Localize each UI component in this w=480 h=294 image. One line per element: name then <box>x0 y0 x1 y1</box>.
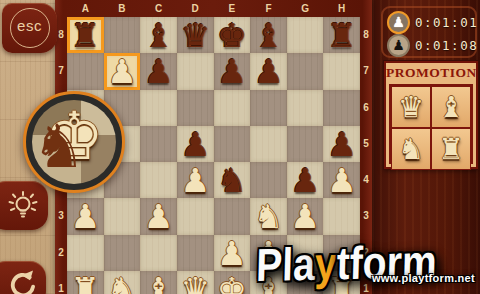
square-e3[interactable] <box>214 198 251 234</box>
rank-label-3: 3 <box>360 198 372 234</box>
square-e1[interactable]: ♚ <box>214 271 251 294</box>
promotion-options-grid: ♛♝♞♜ <box>389 84 473 164</box>
undo-arrow-icon <box>5 268 39 294</box>
black-clock-row: ♟ 0:01:08 <box>387 34 478 56</box>
watermark-url[interactable]: www.playtform.net <box>372 272 475 284</box>
piece-black-bishop-f8: ♝ <box>250 17 287 53</box>
chess-app-screen: ABCDEFGH 87654321 87654321 ♜♝♛♚♝♜♟♟♟♟♟♟♟… <box>0 0 480 294</box>
square-a7[interactable] <box>67 53 104 89</box>
square-h4[interactable]: ♟ <box>323 162 360 198</box>
promotion-option-rook[interactable]: ♜ <box>431 128 471 170</box>
rank-label-4: 4 <box>360 162 372 198</box>
rank-label-7: 7 <box>55 53 67 89</box>
square-b2[interactable] <box>104 235 141 271</box>
rank-label-1: 1 <box>55 271 67 294</box>
square-e5[interactable] <box>214 126 251 162</box>
square-b7[interactable]: ♟ <box>104 53 141 89</box>
piece-black-pawn-f7: ♟ <box>250 53 287 89</box>
square-h3[interactable] <box>323 198 360 234</box>
clock-panel: ♟ 0:01:01 ♟ 0:01:08 <box>381 6 477 58</box>
square-b8[interactable] <box>104 17 141 53</box>
square-a8[interactable]: ♜ <box>67 17 104 53</box>
square-g5[interactable] <box>287 126 324 162</box>
piece-black-knight-e4: ♞ <box>214 162 251 198</box>
file-label-d: D <box>177 1 214 16</box>
square-c1[interactable]: ♝ <box>140 271 177 294</box>
piece-black-pawn-h5: ♟ <box>323 126 360 162</box>
piece-black-pawn-g4: ♟ <box>287 162 324 198</box>
white-knight-icon: ♞ <box>398 132 424 166</box>
square-f4[interactable] <box>250 162 287 198</box>
piece-white-pawn-d4: ♟ <box>177 162 214 198</box>
black-pawn-icon: ♟ <box>387 34 410 57</box>
white-clock-row: ♟ 0:01:01 <box>387 11 478 33</box>
square-d4[interactable]: ♟ <box>177 162 214 198</box>
square-c6[interactable] <box>140 90 177 126</box>
square-d8[interactable]: ♛ <box>177 17 214 53</box>
file-label-h: H <box>323 1 360 16</box>
promotion-option-knight[interactable]: ♞ <box>391 128 431 170</box>
file-labels: ABCDEFGH <box>67 1 360 16</box>
square-c3[interactable]: ♟ <box>140 198 177 234</box>
square-g6[interactable] <box>287 90 324 126</box>
square-e4[interactable]: ♞ <box>214 162 251 198</box>
white-bishop-icon: ♝ <box>438 90 464 124</box>
square-d6[interactable] <box>177 90 214 126</box>
rank-label-3: 3 <box>55 198 67 234</box>
square-e6[interactable] <box>214 90 251 126</box>
square-a3[interactable]: ♟ <box>67 198 104 234</box>
piece-black-king-e8: ♚ <box>214 17 251 53</box>
file-label-c: C <box>140 1 177 16</box>
square-d2[interactable] <box>177 235 214 271</box>
lightbulb-icon <box>5 188 41 224</box>
square-c8[interactable]: ♝ <box>140 17 177 53</box>
square-e7[interactable]: ♟ <box>214 53 251 89</box>
square-h8[interactable]: ♜ <box>323 17 360 53</box>
square-e2[interactable]: ♟ <box>214 235 251 271</box>
black-knight-icon: ♞ <box>32 104 86 184</box>
square-g3[interactable]: ♟ <box>287 198 324 234</box>
piece-white-knight-b1: ♞ <box>104 271 141 294</box>
piece-white-pawn-h4: ♟ <box>323 162 360 198</box>
square-c5[interactable] <box>140 126 177 162</box>
square-f8[interactable]: ♝ <box>250 17 287 53</box>
square-f6[interactable] <box>250 90 287 126</box>
white-pawn-icon: ♟ <box>387 11 410 34</box>
esc-button-label: esc <box>2 17 57 34</box>
square-a1[interactable]: ♜ <box>67 271 104 294</box>
piece-black-pawn-c7: ♟ <box>140 53 177 89</box>
rank-label-5: 5 <box>360 126 372 162</box>
emblem-board-background: ♚ ♞ <box>32 100 116 184</box>
square-h5[interactable]: ♟ <box>323 126 360 162</box>
white-clock-time: 0:01:01 <box>415 15 478 30</box>
rank-label-7: 7 <box>360 53 372 89</box>
file-label-f: F <box>250 1 287 16</box>
file-label-b: B <box>104 1 141 16</box>
piece-black-rook-h8: ♜ <box>323 17 360 53</box>
square-d7[interactable] <box>177 53 214 89</box>
piece-black-rook-a8: ♜ <box>67 17 104 53</box>
square-e8[interactable]: ♚ <box>214 17 251 53</box>
piece-white-pawn-g3: ♟ <box>287 198 324 234</box>
square-d1[interactable]: ♛ <box>177 271 214 294</box>
square-d3[interactable] <box>177 198 214 234</box>
square-c2[interactable] <box>140 235 177 271</box>
promotion-dialog: PROMOTION ♛♝♞♜ <box>384 61 478 169</box>
white-rook-icon: ♜ <box>438 132 464 166</box>
square-c4[interactable] <box>140 162 177 198</box>
brand-accent: y <box>314 237 337 289</box>
square-f5[interactable] <box>250 126 287 162</box>
rank-label-8: 8 <box>360 17 372 53</box>
piece-white-queen-d1: ♛ <box>177 271 214 294</box>
square-c7[interactable]: ♟ <box>140 53 177 89</box>
file-label-g: G <box>287 1 324 16</box>
square-f7[interactable]: ♟ <box>250 53 287 89</box>
square-h7[interactable] <box>323 53 360 89</box>
piece-black-pawn-e7: ♟ <box>214 53 251 89</box>
piece-black-bishop-c8: ♝ <box>140 17 177 53</box>
piece-black-pawn-d5: ♟ <box>177 126 214 162</box>
hint-button[interactable] <box>0 181 48 230</box>
file-label-a: A <box>67 1 104 16</box>
square-h6[interactable] <box>323 90 360 126</box>
promotion-option-queen[interactable]: ♛ <box>391 86 431 128</box>
piece-white-pawn-a3: ♟ <box>67 198 104 234</box>
piece-white-pawn-b7: ♟ <box>104 53 141 89</box>
black-clock-time: 0:01:08 <box>415 38 478 53</box>
piece-white-pawn-c3: ♟ <box>140 198 177 234</box>
piece-white-rook-a1: ♜ <box>67 271 104 294</box>
square-f3[interactable]: ♞ <box>250 198 287 234</box>
promotion-title: PROMOTION <box>386 63 476 82</box>
square-b3[interactable] <box>104 198 141 234</box>
piece-white-pawn-e2: ♟ <box>214 235 251 271</box>
piece-white-king-e1: ♚ <box>214 271 251 294</box>
piece-black-queen-d8: ♛ <box>177 17 214 53</box>
piece-white-bishop-c1: ♝ <box>140 271 177 294</box>
brand-prefix: Pla <box>255 238 315 291</box>
piece-white-knight-f3: ♞ <box>250 198 287 234</box>
promotion-option-bishop[interactable]: ♝ <box>431 86 471 128</box>
esc-button[interactable]: esc <box>2 3 57 53</box>
rank-label-6: 6 <box>360 90 372 126</box>
rank-label-2: 2 <box>55 235 67 271</box>
square-d5[interactable]: ♟ <box>177 126 214 162</box>
magnifier-logo-emblem: ♚ ♞ <box>23 91 125 193</box>
square-b1[interactable]: ♞ <box>104 271 141 294</box>
square-g7[interactable] <box>287 53 324 89</box>
square-g4[interactable]: ♟ <box>287 162 324 198</box>
file-label-e: E <box>214 1 251 16</box>
square-a2[interactable] <box>67 235 104 271</box>
square-g8[interactable] <box>287 17 324 53</box>
undo-button[interactable] <box>0 261 46 294</box>
white-queen-icon: ♛ <box>398 90 424 124</box>
